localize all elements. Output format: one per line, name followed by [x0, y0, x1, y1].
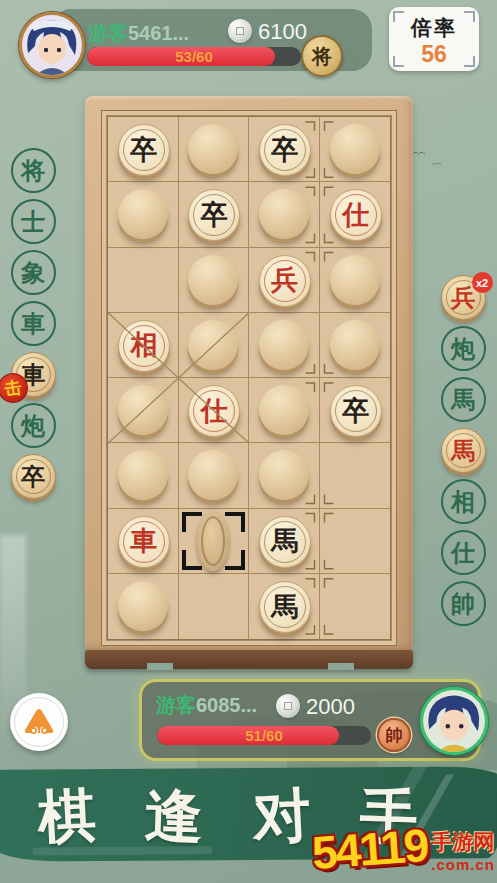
bottom-player-hptext: 51/60	[157, 727, 371, 744]
cell-r5c1[interactable]	[108, 378, 179, 443]
tray-piece-char: 将	[21, 155, 45, 187]
tent-mountain-icon	[21, 706, 57, 738]
black-piece-tray: 将士象車車击炮卒	[8, 148, 58, 499]
bird-icon	[412, 152, 426, 159]
cell-r3c4[interactable]	[320, 248, 391, 313]
tray-piece-outline: 炮	[441, 326, 486, 371]
cell-r2c3[interactable]	[249, 182, 320, 247]
piece-red[interactable]: 仕	[330, 189, 382, 241]
tray-piece-outline: 帥	[441, 581, 486, 626]
tray-piece-outline: 車	[11, 301, 56, 346]
cell-r1c1[interactable]: 卒	[108, 117, 179, 182]
cell-r8c4[interactable]	[320, 574, 391, 639]
tray-piece-solid-red: 馬	[441, 428, 486, 473]
bottom-player-side-badge: 帥	[377, 718, 411, 752]
cell-r7c2[interactable]	[179, 509, 250, 574]
bottom-player-hpbar: 51/60	[157, 726, 371, 745]
cell-r8c2[interactable]	[179, 574, 250, 639]
hidden-piece[interactable]	[118, 581, 168, 631]
hidden-piece[interactable]	[188, 320, 238, 370]
hidden-piece[interactable]	[330, 320, 380, 370]
cell-r6c4[interactable]	[320, 443, 391, 508]
top-player-avatar	[19, 12, 85, 78]
cell-r2c1[interactable]	[108, 182, 179, 247]
cell-r7c1[interactable]: 車	[108, 509, 179, 574]
coin-icon	[276, 694, 300, 718]
cell-r5c4[interactable]: 卒	[320, 378, 391, 443]
top-player-name-suffix: 5461...	[128, 22, 189, 44]
piece-black[interactable]: 卒	[330, 385, 382, 437]
piece-black[interactable]: 馬	[259, 581, 311, 633]
cell-r3c1[interactable]	[108, 248, 179, 313]
piece-red[interactable]: 仕	[188, 385, 240, 437]
cell-r5c3[interactable]	[249, 378, 320, 443]
cell-r2c2[interactable]: 卒	[179, 182, 250, 247]
tray-piece-solid-black: 卒	[11, 454, 56, 499]
flipping-piece[interactable]	[197, 511, 229, 571]
banner-char: 棋	[36, 777, 98, 858]
cell-r1c4[interactable]	[320, 117, 391, 182]
piece-red[interactable]: 車	[118, 516, 170, 568]
red-piece-tray: 兵x2炮馬馬相仕帥	[438, 275, 488, 626]
banner-char: 对	[251, 777, 313, 858]
bottom-player-name-suffix: 6085...	[196, 694, 257, 716]
tray-piece-char: 象	[21, 257, 45, 289]
cell-r5c2[interactable]: 仕	[179, 378, 250, 443]
multiplier-card: 倍率 56	[389, 7, 479, 71]
cell-r3c2[interactable]	[179, 248, 250, 313]
hidden-piece[interactable]	[330, 124, 380, 174]
count-badge: x2	[472, 272, 493, 293]
cell-r3c3[interactable]: 兵	[249, 248, 320, 313]
home-button[interactable]	[10, 693, 68, 751]
hidden-piece[interactable]	[188, 450, 238, 500]
hidden-piece[interactable]	[259, 320, 309, 370]
top-player-name: 游客5461...	[88, 20, 189, 47]
tray-piece-char: 相	[451, 486, 475, 518]
tray-piece-outline: 相	[441, 479, 486, 524]
tray-piece-char: 炮	[21, 410, 45, 442]
tray-piece-outline: 炮	[11, 403, 56, 448]
cell-r1c3[interactable]: 卒	[249, 117, 320, 182]
game-screen: 游客5461... 6100 53/60 将 倍率 56 将士象車車击炮卒 兵x…	[0, 0, 497, 883]
cell-r6c2[interactable]	[179, 443, 250, 508]
cell-r6c3[interactable]	[249, 443, 320, 508]
bird-icon	[432, 163, 442, 168]
hidden-piece[interactable]	[259, 450, 309, 500]
piece-black[interactable]: 馬	[259, 516, 311, 568]
tray-piece-solid-black: 車击	[11, 352, 56, 397]
hidden-piece[interactable]	[330, 255, 380, 305]
top-player-hptext: 53/60	[87, 48, 301, 65]
hidden-piece[interactable]	[259, 385, 309, 435]
top-player-coins: 6100	[258, 19, 307, 45]
cell-r4c2[interactable]	[179, 313, 250, 378]
piece-red[interactable]: 兵	[259, 255, 311, 307]
watermark-domain: .com.cn	[431, 856, 495, 873]
hidden-piece[interactable]	[118, 450, 168, 500]
hidden-piece[interactable]	[118, 385, 168, 435]
cell-r4c3[interactable]	[249, 313, 320, 378]
watermark-site: 手游网	[431, 828, 495, 856]
cell-r2c4[interactable]: 仕	[320, 182, 391, 247]
tray-piece-outline: 馬	[441, 377, 486, 422]
cell-r7c3[interactable]: 馬	[249, 509, 320, 574]
tray-piece-outline: 将	[11, 148, 56, 193]
top-player-hpbar: 53/60	[87, 47, 301, 66]
bottom-player-coins: 2000	[306, 694, 355, 720]
coin-icon	[228, 19, 252, 43]
strike-badge: 击	[0, 371, 29, 405]
cell-r7c4[interactable]	[320, 509, 391, 574]
bottom-player-name-prefix: 游客	[156, 694, 196, 716]
piece-black[interactable]: 卒	[188, 189, 240, 241]
tray-piece-char: 卒	[21, 461, 45, 493]
cell-r1c2[interactable]	[179, 117, 250, 182]
tray-piece-outline: 象	[11, 250, 56, 295]
hidden-piece[interactable]	[118, 189, 168, 239]
banner-char: 逢	[144, 777, 205, 857]
hidden-piece[interactable]	[188, 124, 238, 174]
hidden-piece[interactable]	[259, 189, 309, 239]
hidden-piece[interactable]	[188, 255, 238, 305]
tray-piece-char: 兵	[451, 282, 475, 314]
top-player-name-prefix: 游客	[88, 22, 128, 44]
top-player-side-badge: 将	[301, 35, 343, 77]
tray-piece-char: 馬	[451, 435, 475, 467]
cell-r8c3[interactable]: 馬	[249, 574, 320, 639]
tray-piece-char: 仕	[451, 537, 475, 569]
watermark-number: 54119	[310, 818, 429, 880]
tray-piece-outline: 士	[11, 199, 56, 244]
tray-piece-solid-red: 兵x2	[441, 275, 486, 320]
tray-piece-char: 炮	[451, 333, 475, 365]
cell-r4c4[interactable]	[320, 313, 391, 378]
bottom-player-name: 游客6085...	[156, 692, 257, 719]
board: 卒卒卒仕兵相仕卒車馬馬	[107, 116, 391, 640]
tray-piece-char: 馬	[451, 384, 475, 416]
tray-piece-char: 帥	[451, 588, 475, 620]
piece-black[interactable]: 卒	[259, 124, 311, 176]
piece-black[interactable]: 卒	[118, 124, 170, 176]
board-grid: 卒卒卒仕兵相仕卒車馬馬	[107, 116, 391, 640]
cell-r4c1[interactable]: 相	[108, 313, 179, 378]
bottom-player-avatar	[420, 687, 488, 755]
watermark: 54119 手游网 .com.cn	[312, 822, 495, 876]
piece-red[interactable]: 相	[118, 320, 170, 372]
tray-piece-char: 士	[21, 206, 45, 238]
tray-piece-char: 車	[21, 308, 45, 340]
tray-piece-outline: 仕	[441, 530, 486, 575]
board-edge-3d	[85, 650, 413, 669]
cell-r8c1[interactable]	[108, 574, 179, 639]
cell-r6c1[interactable]	[108, 443, 179, 508]
